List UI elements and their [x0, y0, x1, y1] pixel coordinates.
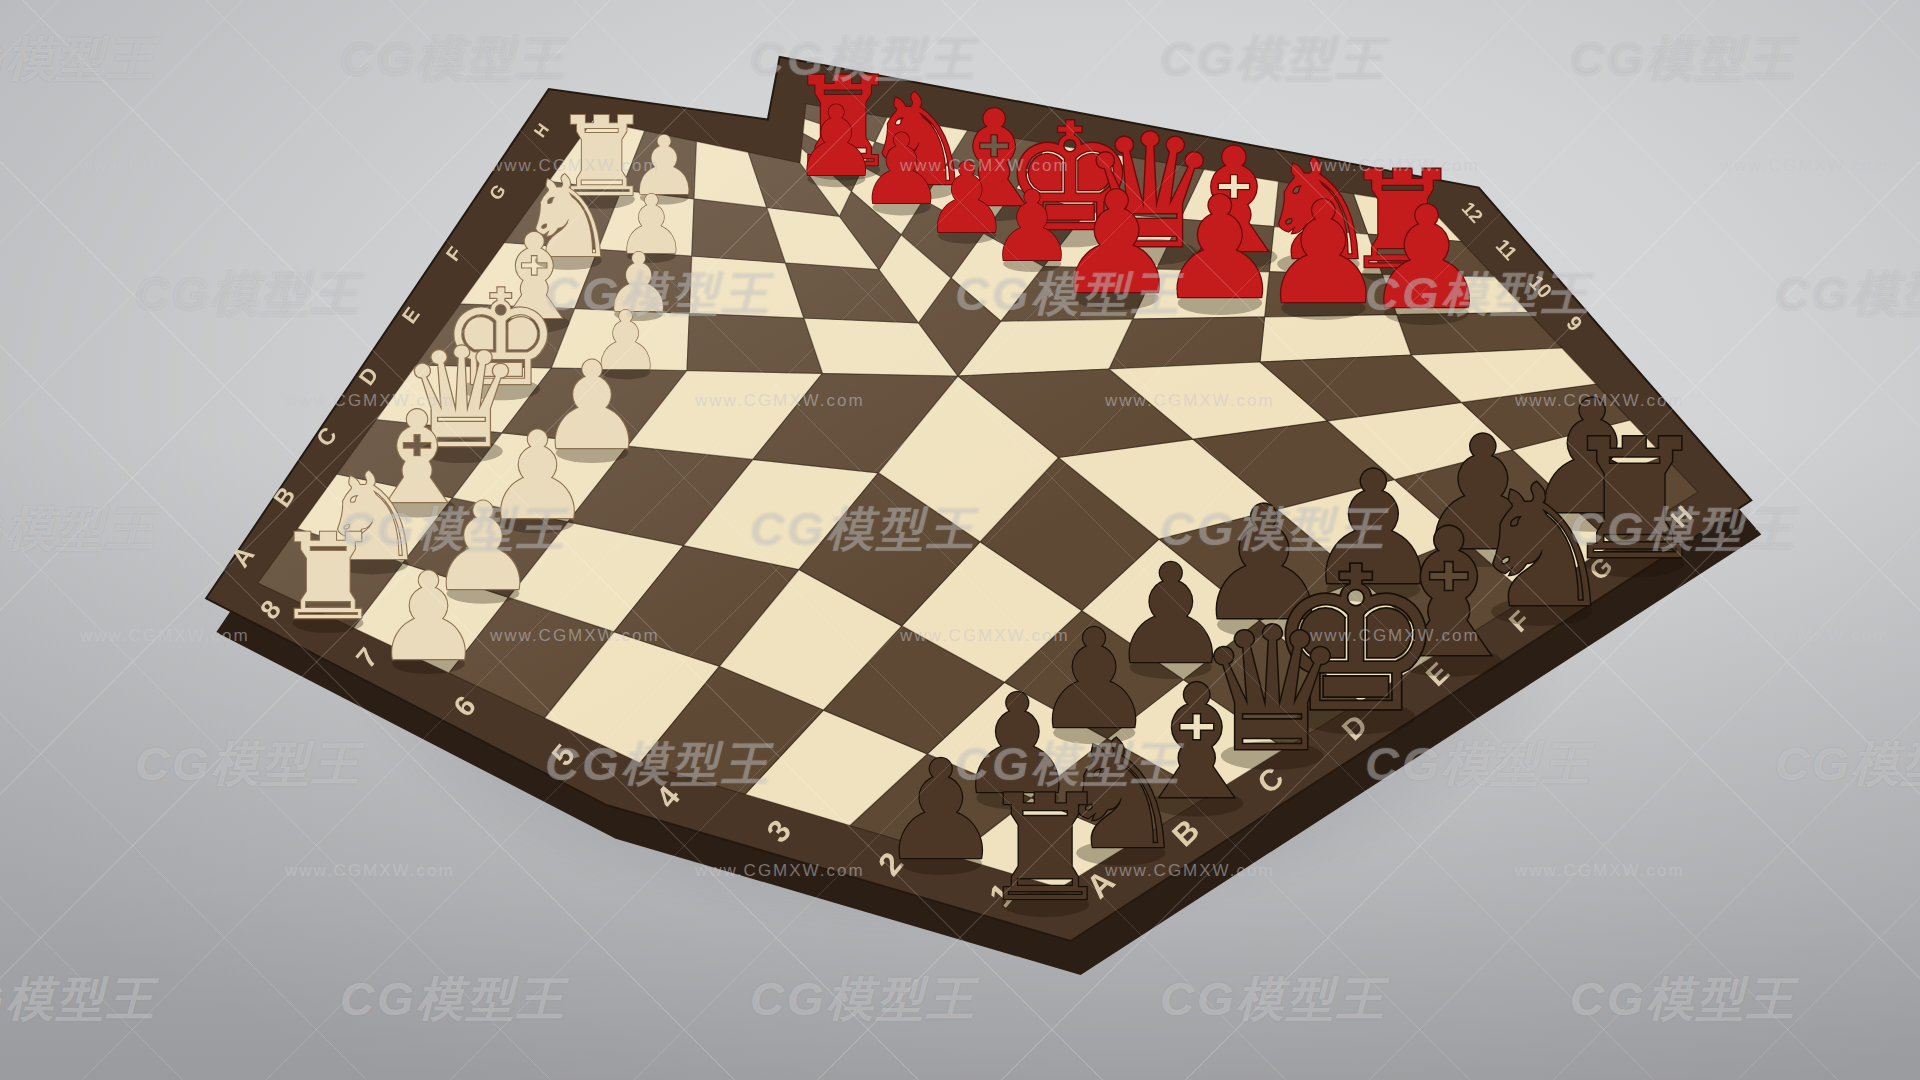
piece-red-pawn[interactable]: ♟ [1363, 176, 1489, 340]
board-cell[interactable] [687, 313, 823, 373]
three-player-chess-board: ABCDEFGH87654321ABCDEFGH1211109♜♞♟♜♝♟♟♚♛… [0, 0, 1920, 1080]
scene: { "game": "three_player_chess", "variant… [0, 0, 1920, 1080]
piece-white-rook[interactable]: ♜ [275, 508, 381, 646]
piece-brown-rook[interactable]: ♜ [980, 763, 1111, 934]
piece-white-pawn[interactable]: ♟ [374, 547, 483, 688]
